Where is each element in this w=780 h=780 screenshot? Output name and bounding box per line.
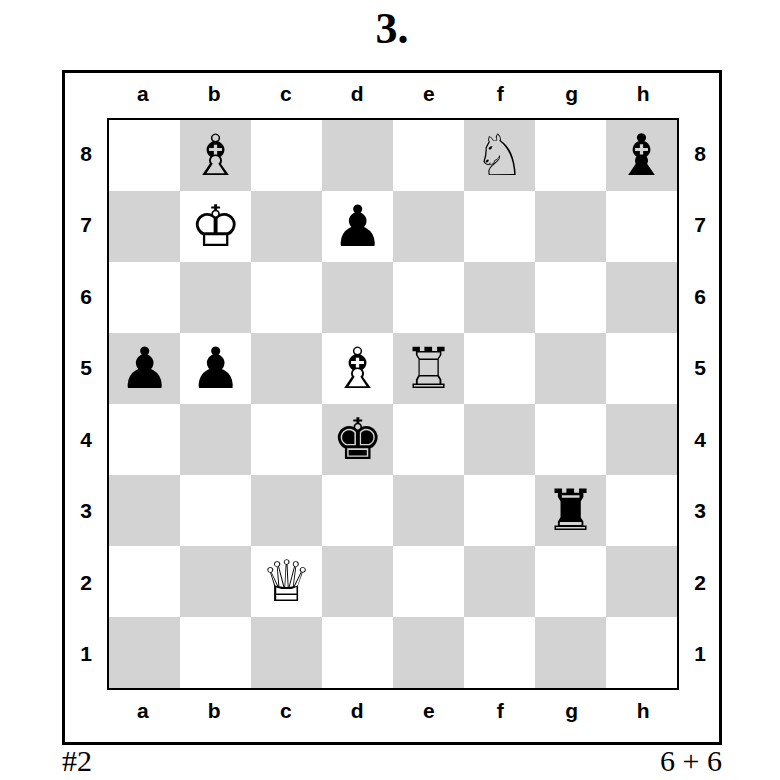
square-c6[interactable] [251, 262, 322, 333]
square-c2[interactable]: ♕ [251, 546, 322, 617]
square-a2[interactable] [109, 546, 180, 617]
square-g3[interactable]: ♜ [535, 475, 606, 546]
file-label-e: e [393, 83, 465, 104]
black-bishop-h8[interactable]: ♝ [616, 120, 667, 191]
square-h5[interactable] [606, 333, 677, 404]
file-label-f: f [465, 83, 537, 104]
square-a6[interactable] [109, 262, 180, 333]
square-a8[interactable] [109, 120, 180, 191]
white-king-b7[interactable]: ♔ [190, 191, 241, 262]
square-c3[interactable] [251, 475, 322, 546]
square-c4[interactable] [251, 404, 322, 475]
square-d4[interactable]: ♚ [322, 404, 393, 475]
square-c1[interactable] [251, 617, 322, 688]
file-label-f: f [465, 700, 537, 721]
white-bishop-b8[interactable]: ♗ [190, 120, 241, 191]
square-b3[interactable] [180, 475, 251, 546]
black-pawn-b5[interactable]: ♟ [190, 333, 241, 404]
file-label-d: d [322, 83, 394, 104]
square-e6[interactable] [393, 262, 464, 333]
square-f1[interactable] [464, 617, 535, 688]
square-e3[interactable] [393, 475, 464, 546]
rank-label-8: 8 [686, 118, 714, 190]
file-label-g: g [536, 700, 608, 721]
square-d2[interactable] [322, 546, 393, 617]
file-label-b: b [179, 83, 251, 104]
square-c7[interactable] [251, 191, 322, 262]
rank-label-1: 1 [72, 619, 100, 691]
rank-labels-left: 87654321 [72, 118, 100, 690]
square-h3[interactable] [606, 475, 677, 546]
white-queen-c2[interactable]: ♕ [261, 546, 312, 617]
rank-label-2: 2 [686, 547, 714, 619]
square-g6[interactable] [535, 262, 606, 333]
square-h7[interactable] [606, 191, 677, 262]
black-rook-g3[interactable]: ♜ [545, 475, 596, 546]
square-g7[interactable] [535, 191, 606, 262]
square-a3[interactable] [109, 475, 180, 546]
rank-label-4: 4 [686, 404, 714, 476]
square-g5[interactable] [535, 333, 606, 404]
square-e4[interactable] [393, 404, 464, 475]
square-f3[interactable] [464, 475, 535, 546]
square-f4[interactable] [464, 404, 535, 475]
stipulation: #2 [62, 744, 92, 777]
square-b2[interactable] [180, 546, 251, 617]
diagram-caption: #2 6 + 6 [62, 744, 722, 777]
square-e8[interactable] [393, 120, 464, 191]
rank-label-6: 6 [686, 261, 714, 333]
black-pawn-d7[interactable]: ♟ [332, 191, 383, 262]
square-d6[interactable] [322, 262, 393, 333]
square-a7[interactable] [109, 191, 180, 262]
square-b8[interactable]: ♗ [180, 120, 251, 191]
rank-label-5: 5 [686, 333, 714, 405]
file-label-g: g [536, 83, 608, 104]
square-b1[interactable] [180, 617, 251, 688]
square-h4[interactable] [606, 404, 677, 475]
rank-labels-right: 87654321 [686, 118, 714, 690]
rank-label-3: 3 [686, 476, 714, 548]
square-b4[interactable] [180, 404, 251, 475]
chess-board: ♗♘♝♔♟♟♟♗♖♚♜♕ [107, 118, 679, 690]
square-g2[interactable] [535, 546, 606, 617]
white-knight-f8[interactable]: ♘ [474, 120, 525, 191]
square-e7[interactable] [393, 191, 464, 262]
square-g1[interactable] [535, 617, 606, 688]
square-e1[interactable] [393, 617, 464, 688]
square-a4[interactable] [109, 404, 180, 475]
rank-label-4: 4 [72, 404, 100, 476]
file-label-c: c [250, 700, 322, 721]
square-h6[interactable] [606, 262, 677, 333]
rank-label-7: 7 [686, 190, 714, 262]
square-b5[interactable]: ♟ [180, 333, 251, 404]
square-a5[interactable]: ♟ [109, 333, 180, 404]
file-label-h: h [608, 83, 680, 104]
square-b7[interactable]: ♔ [180, 191, 251, 262]
file-labels-bottom: abcdefgh [107, 700, 679, 721]
file-label-d: d [322, 700, 394, 721]
square-g8[interactable] [535, 120, 606, 191]
square-f5[interactable] [464, 333, 535, 404]
square-d8[interactable] [322, 120, 393, 191]
square-e2[interactable] [393, 546, 464, 617]
square-f2[interactable] [464, 546, 535, 617]
file-label-a: a [107, 700, 179, 721]
black-pawn-a5[interactable]: ♟ [119, 333, 170, 404]
square-d3[interactable] [322, 475, 393, 546]
square-d7[interactable]: ♟ [322, 191, 393, 262]
rank-label-8: 8 [72, 118, 100, 190]
rank-label-7: 7 [72, 190, 100, 262]
rank-label-2: 2 [72, 547, 100, 619]
rank-label-6: 6 [72, 261, 100, 333]
square-d5[interactable]: ♗ [322, 333, 393, 404]
file-label-e: e [393, 700, 465, 721]
square-g4[interactable] [535, 404, 606, 475]
square-h2[interactable] [606, 546, 677, 617]
square-h8[interactable]: ♝ [606, 120, 677, 191]
file-label-c: c [250, 83, 322, 104]
square-a1[interactable] [109, 617, 180, 688]
white-rook-e5[interactable]: ♖ [403, 333, 454, 404]
square-c8[interactable] [251, 120, 322, 191]
file-label-b: b [179, 700, 251, 721]
square-h1[interactable] [606, 617, 677, 688]
file-label-h: h [608, 700, 680, 721]
square-e5[interactable]: ♖ [393, 333, 464, 404]
rank-label-1: 1 [686, 619, 714, 691]
rank-label-3: 3 [72, 476, 100, 548]
file-label-a: a [107, 83, 179, 104]
square-f7[interactable] [464, 191, 535, 262]
problem-number: 3. [62, 4, 722, 55]
black-king-d4[interactable]: ♚ [332, 404, 383, 475]
square-d1[interactable] [322, 617, 393, 688]
square-b6[interactable] [180, 262, 251, 333]
file-labels-top: abcdefgh [107, 83, 679, 104]
rank-label-5: 5 [72, 333, 100, 405]
diagram-frame: abcdefgh 87654321 ♗♘♝♔♟♟♟♗♖♚♜♕ 87654321 … [62, 70, 722, 745]
square-f6[interactable] [464, 262, 535, 333]
square-f8[interactable]: ♘ [464, 120, 535, 191]
piece-count: 6 + 6 [660, 744, 722, 777]
square-c5[interactable] [251, 333, 322, 404]
white-bishop-d5[interactable]: ♗ [332, 333, 383, 404]
